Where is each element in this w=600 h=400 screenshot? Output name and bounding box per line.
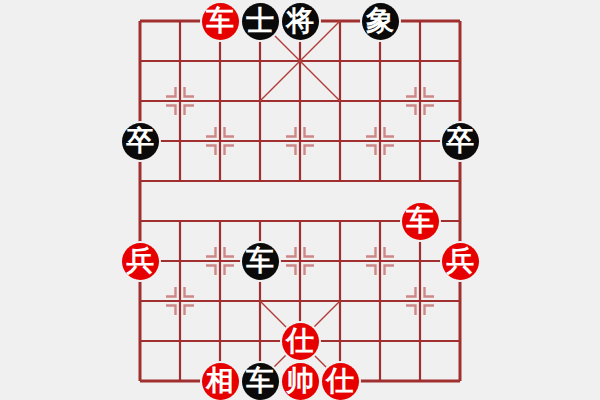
xiangqi-board-screenshot: 车士将象卒卒车兵车兵仕相车帅仕 [0,0,600,400]
piece-red-soldier[interactable]: 兵 [442,243,479,280]
piece-black-soldier[interactable]: 卒 [122,123,159,160]
piece-red-general[interactable]: 帅 [282,363,319,400]
xiangqi-board: 车士将象卒卒车兵车兵仕相车帅仕 [120,1,480,400]
piece-red-chariot[interactable]: 车 [202,3,239,40]
piece-black-elephant[interactable]: 象 [362,3,399,40]
piece-black-advisor[interactable]: 士 [242,3,279,40]
piece-black-soldier[interactable]: 卒 [442,123,479,160]
piece-red-chariot[interactable]: 车 [402,203,439,240]
piece-red-elephant[interactable]: 相 [202,363,239,400]
piece-black-chariot[interactable]: 车 [242,243,279,280]
piece-red-soldier[interactable]: 兵 [122,243,159,280]
piece-black-chariot[interactable]: 车 [242,363,279,400]
piece-red-advisor[interactable]: 仕 [282,323,319,360]
piece-black-general[interactable]: 将 [282,3,319,40]
piece-red-advisor[interactable]: 仕 [322,363,359,400]
